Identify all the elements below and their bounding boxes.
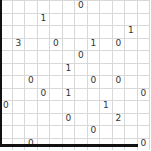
cell-r11-c4[interactable]	[38, 126, 51, 139]
cell-r8-c8[interactable]	[88, 89, 101, 102]
cell-r1-c5[interactable]	[50, 1, 63, 14]
clue-cell-r7-c3: 0	[25, 76, 38, 89]
cell-r2-c5[interactable]	[50, 14, 63, 27]
cell-r5-c10[interactable]	[113, 51, 126, 64]
cell-r7-c5[interactable]	[50, 76, 63, 89]
clue-cell-r9-c9: 1	[100, 101, 113, 114]
cell-r6-c3[interactable]	[25, 64, 38, 77]
cell-r9-c2[interactable]	[13, 101, 26, 114]
cell-r10-c8[interactable]	[88, 114, 101, 127]
cell-r3-c7[interactable]	[75, 26, 88, 39]
board-border-left-line	[0, 0, 2, 147]
cell-r7-c12[interactable]	[138, 76, 151, 89]
cell-r1-c10[interactable]	[113, 1, 126, 14]
cell-r10-c4[interactable]	[38, 114, 51, 127]
cell-r8-c5[interactable]	[50, 89, 63, 102]
cell-r11-c7[interactable]	[75, 126, 88, 139]
board-border-bottom-line	[0, 144, 138, 147]
cell-r5-c5[interactable]	[50, 51, 63, 64]
cell-r8-c2[interactable]	[13, 89, 26, 102]
cell-r5-c11[interactable]	[125, 51, 138, 64]
cell-r6-c5[interactable]	[50, 64, 63, 77]
clue-cell-r4-c8: 1	[88, 39, 101, 52]
cell-r3-c4[interactable]	[38, 26, 51, 39]
cell-r3-c3[interactable]	[25, 26, 38, 39]
cell-r8-c11[interactable]	[125, 89, 138, 102]
clue-cell-r4-c2: 3	[13, 39, 26, 52]
cell-r3-c10[interactable]	[113, 26, 126, 39]
cell-r4-c6[interactable]	[63, 39, 76, 52]
cell-r6-c9[interactable]	[100, 64, 113, 77]
cell-r3-c2[interactable]	[13, 26, 26, 39]
cell-r10-c12[interactable]	[138, 114, 151, 127]
cell-r6-c2[interactable]	[13, 64, 26, 77]
cell-r2-c6[interactable]	[63, 14, 76, 27]
cell-r6-c7[interactable]	[75, 64, 88, 77]
cell-r7-c11[interactable]	[125, 76, 138, 89]
cell-r9-c5[interactable]	[50, 101, 63, 114]
cell-r1-c8[interactable]	[88, 1, 101, 14]
cell-r5-c4[interactable]	[38, 51, 51, 64]
cell-r5-c12[interactable]	[138, 51, 151, 64]
clue-cell-r4-c5: 0	[50, 39, 63, 52]
cell-r1-c12[interactable]	[138, 1, 151, 14]
cell-r2-c8[interactable]	[88, 14, 101, 27]
clue-cell-r7-c8: 0	[88, 76, 101, 89]
cell-r9-c12[interactable]	[138, 101, 151, 114]
cell-r7-c9[interactable]	[100, 76, 113, 89]
cell-r2-c9[interactable]	[100, 14, 113, 27]
cell-r2-c7[interactable]	[75, 14, 88, 27]
cell-r1-c11[interactable]	[125, 1, 138, 14]
clue-cell-r8-c12: 0	[138, 89, 151, 102]
cell-r5-c6[interactable]	[63, 51, 76, 64]
cell-r4-c9[interactable]	[100, 39, 113, 52]
cell-r4-c12[interactable]	[138, 39, 151, 52]
cell-r9-c7[interactable]	[75, 101, 88, 114]
cell-r7-c7[interactable]	[75, 76, 88, 89]
cell-r4-c4[interactable]	[38, 39, 51, 52]
cell-r2-c2[interactable]	[13, 14, 26, 27]
cell-r7-c4[interactable]	[38, 76, 51, 89]
clue-cell-r8-c6: 1	[63, 89, 76, 102]
cell-r11-c6[interactable]	[63, 126, 76, 139]
cell-r4-c11[interactable]	[125, 39, 138, 52]
clue-cell-r2-c4: 1	[38, 14, 51, 27]
cell-r8-c9[interactable]	[100, 89, 113, 102]
cell-r1-c9[interactable]	[100, 1, 113, 14]
cell-r9-c10[interactable]	[113, 101, 126, 114]
cell-r11-c11[interactable]	[125, 126, 138, 139]
cell-r11-c3[interactable]	[25, 126, 38, 139]
cell-r1-c4[interactable]	[38, 1, 51, 14]
clue-cell-r12-c12: 0	[138, 139, 151, 151]
cell-r9-c3[interactable]	[25, 101, 38, 114]
cell-r9-c6[interactable]	[63, 101, 76, 114]
clue-cell-r10-c6: 0	[63, 114, 76, 127]
cell-r6-c8[interactable]	[88, 64, 101, 77]
clue-cell-r10-c10: 2	[113, 114, 126, 127]
cell-r9-c11[interactable]	[125, 101, 138, 114]
cell-r9-c8[interactable]	[88, 101, 101, 114]
cell-r2-c3[interactable]	[25, 14, 38, 27]
clue-cell-r6-c6: 1	[63, 64, 76, 77]
cell-r1-c3[interactable]	[25, 1, 38, 14]
cell-r3-c6[interactable]	[63, 26, 76, 39]
clue-cell-r3-c11: 1	[125, 26, 138, 39]
clue-cell-r11-c8: 0	[88, 126, 101, 139]
cell-r10-c9[interactable]	[100, 114, 113, 127]
cell-r5-c8[interactable]	[88, 51, 101, 64]
clue-cell-r5-c7: 0	[75, 51, 88, 64]
cell-r2-c10[interactable]	[113, 14, 126, 27]
cell-r5-c2[interactable]	[13, 51, 26, 64]
cell-r10-c5[interactable]	[50, 114, 63, 127]
cell-r6-c12[interactable]	[138, 64, 151, 77]
cell-r3-c5[interactable]	[50, 26, 63, 39]
cell-r11-c12[interactable]	[138, 126, 151, 139]
cell-r11-c2[interactable]	[13, 126, 26, 139]
cell-r11-c10[interactable]	[113, 126, 126, 139]
cell-r2-c11[interactable]	[125, 14, 138, 27]
clue-cell-r1-c7: 0	[75, 1, 88, 14]
cell-r10-c7[interactable]	[75, 114, 88, 127]
cell-r4-c3[interactable]	[25, 39, 38, 52]
cell-r6-c10[interactable]	[113, 64, 126, 77]
cell-r6-c11[interactable]	[125, 64, 138, 77]
cell-r5-c3[interactable]	[25, 51, 38, 64]
cell-r7-c6[interactable]	[63, 76, 76, 89]
cell-r5-c9[interactable]	[100, 51, 113, 64]
cell-r8-c10[interactable]	[113, 89, 126, 102]
cell-r7-c2[interactable]	[13, 76, 26, 89]
cell-r3-c9[interactable]	[100, 26, 113, 39]
cell-r1-c2[interactable]	[13, 1, 26, 14]
clue-cell-r7-c10: 0	[113, 76, 126, 89]
cell-r11-c5[interactable]	[50, 126, 63, 139]
cell-r9-c4[interactable]	[38, 101, 51, 114]
cell-r11-c9[interactable]	[100, 126, 113, 139]
puzzle-board: 0113010010000100102000	[0, 0, 150, 150]
cell-r8-c7[interactable]	[75, 89, 88, 102]
cell-r10-c11[interactable]	[125, 114, 138, 127]
cell-r8-c3[interactable]	[25, 89, 38, 102]
cell-r3-c8[interactable]	[88, 26, 101, 39]
clue-cell-r8-c4: 0	[38, 89, 51, 102]
cell-r2-c12[interactable]	[138, 14, 151, 27]
cell-r1-c6[interactable]	[63, 1, 76, 14]
cell-r10-c2[interactable]	[13, 114, 26, 127]
cell-r10-c3[interactable]	[25, 114, 38, 127]
cell-r3-c12[interactable]	[138, 26, 151, 39]
puzzle-screenshot: 0113010010000100102000	[0, 0, 150, 150]
clue-cell-r4-c10: 0	[113, 39, 126, 52]
cell-r6-c4[interactable]	[38, 64, 51, 77]
cell-r4-c7[interactable]	[75, 39, 88, 52]
